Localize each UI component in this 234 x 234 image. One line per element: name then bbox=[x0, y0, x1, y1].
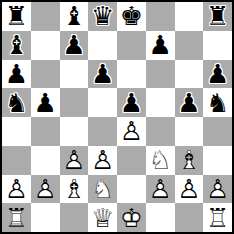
square-c3[interactable]: ♟♙ bbox=[60, 146, 89, 175]
black-queen-icon: ♛ bbox=[88, 2, 117, 31]
white-knight-icon: ♞ bbox=[88, 175, 117, 204]
black-pawn-icon: ♟ bbox=[2, 60, 31, 89]
white-pawn-outline-icon: ♙ bbox=[117, 117, 146, 146]
white-rook-outline-icon: ♖ bbox=[203, 203, 232, 232]
white-pawn-outline-icon: ♙ bbox=[146, 175, 175, 204]
square-g8[interactable] bbox=[175, 2, 204, 31]
white-pawn-icon: ♟ bbox=[31, 175, 60, 204]
square-a6[interactable]: ♟ bbox=[2, 60, 31, 89]
black-knight-icon: ♞ bbox=[2, 88, 31, 117]
square-d8[interactable]: ♛ bbox=[88, 2, 117, 31]
square-a7[interactable]: ♝ bbox=[2, 31, 31, 60]
square-a3[interactable] bbox=[2, 146, 31, 175]
white-king-outline-icon: ♔ bbox=[117, 203, 146, 232]
square-d1[interactable]: ♛♕ bbox=[88, 203, 117, 232]
white-knight-outline-icon: ♘ bbox=[88, 175, 117, 204]
black-pawn-icon: ♟ bbox=[175, 88, 204, 117]
square-h5[interactable]: ♞ bbox=[203, 88, 232, 117]
white-knight-icon: ♞ bbox=[146, 146, 175, 175]
white-pawn-outline-icon: ♙ bbox=[88, 146, 117, 175]
square-d3[interactable]: ♟♙ bbox=[88, 146, 117, 175]
white-rook-icon: ♜ bbox=[203, 203, 232, 232]
white-knight-outline-icon: ♘ bbox=[146, 146, 175, 175]
square-b3[interactable] bbox=[31, 146, 60, 175]
square-a1[interactable]: ♜♖ bbox=[2, 203, 31, 232]
square-d4[interactable] bbox=[88, 117, 117, 146]
square-f2[interactable]: ♟♙ bbox=[146, 175, 175, 204]
square-c2[interactable]: ♝♗ bbox=[60, 175, 89, 204]
square-d5[interactable] bbox=[88, 88, 117, 117]
square-a8[interactable]: ♜ bbox=[2, 2, 31, 31]
square-a5[interactable]: ♞ bbox=[2, 88, 31, 117]
square-g7[interactable] bbox=[175, 31, 204, 60]
square-h8[interactable]: ♜ bbox=[203, 2, 232, 31]
white-pawn-icon: ♟ bbox=[2, 175, 31, 204]
square-b6[interactable] bbox=[31, 60, 60, 89]
square-f4[interactable] bbox=[146, 117, 175, 146]
square-b4[interactable] bbox=[31, 117, 60, 146]
white-rook-outline-icon: ♖ bbox=[2, 203, 31, 232]
square-c5[interactable] bbox=[60, 88, 89, 117]
black-rook-icon: ♜ bbox=[203, 2, 232, 31]
white-bishop-outline-icon: ♗ bbox=[175, 146, 204, 175]
square-c4[interactable] bbox=[60, 117, 89, 146]
square-h7[interactable] bbox=[203, 31, 232, 60]
square-b2[interactable]: ♟♙ bbox=[31, 175, 60, 204]
square-g1[interactable] bbox=[175, 203, 204, 232]
square-h3[interactable] bbox=[203, 146, 232, 175]
square-e6[interactable] bbox=[117, 60, 146, 89]
square-b5[interactable]: ♟ bbox=[31, 88, 60, 117]
square-d2[interactable]: ♞♘ bbox=[88, 175, 117, 204]
square-c6[interactable] bbox=[60, 60, 89, 89]
square-b1[interactable] bbox=[31, 203, 60, 232]
square-f7[interactable]: ♟ bbox=[146, 31, 175, 60]
chess-board: ♜♝♛♚♜♝♟♟♟♟♟♞♟♟♟♞♟♙♟♙♟♙♞♘♝♗♟♙♟♙♝♗♞♘♟♙♟♙♟♙… bbox=[0, 0, 234, 234]
white-pawn-icon: ♟ bbox=[146, 175, 175, 204]
white-pawn-outline-icon: ♙ bbox=[60, 146, 89, 175]
white-queen-icon: ♛ bbox=[88, 203, 117, 232]
black-pawn-icon: ♟ bbox=[88, 60, 117, 89]
black-pawn-icon: ♟ bbox=[146, 31, 175, 60]
black-pawn-icon: ♟ bbox=[117, 88, 146, 117]
square-f1[interactable] bbox=[146, 203, 175, 232]
white-bishop-icon: ♝ bbox=[175, 146, 204, 175]
white-pawn-icon: ♟ bbox=[175, 175, 204, 204]
square-a4[interactable] bbox=[2, 117, 31, 146]
white-pawn-outline-icon: ♙ bbox=[31, 175, 60, 204]
square-e5[interactable]: ♟ bbox=[117, 88, 146, 117]
square-d7[interactable] bbox=[88, 31, 117, 60]
square-c1[interactable] bbox=[60, 203, 89, 232]
square-f8[interactable] bbox=[146, 2, 175, 31]
square-f5[interactable] bbox=[146, 88, 175, 117]
black-knight-icon: ♞ bbox=[203, 88, 232, 117]
white-queen-outline-icon: ♕ bbox=[88, 203, 117, 232]
square-a2[interactable]: ♟♙ bbox=[2, 175, 31, 204]
square-g2[interactable]: ♟♙ bbox=[175, 175, 204, 204]
square-c8[interactable]: ♝ bbox=[60, 2, 89, 31]
white-pawn-icon: ♟ bbox=[117, 117, 146, 146]
square-d6[interactable]: ♟ bbox=[88, 60, 117, 89]
white-pawn-icon: ♟ bbox=[60, 146, 89, 175]
square-e2[interactable] bbox=[117, 175, 146, 204]
square-g5[interactable]: ♟ bbox=[175, 88, 204, 117]
square-g3[interactable]: ♝♗ bbox=[175, 146, 204, 175]
square-f6[interactable] bbox=[146, 60, 175, 89]
square-e8[interactable]: ♚ bbox=[117, 2, 146, 31]
square-e7[interactable] bbox=[117, 31, 146, 60]
black-pawn-icon: ♟ bbox=[203, 60, 232, 89]
square-g6[interactable] bbox=[175, 60, 204, 89]
black-bishop-icon: ♝ bbox=[60, 2, 89, 31]
square-f3[interactable]: ♞♘ bbox=[146, 146, 175, 175]
black-rook-icon: ♜ bbox=[2, 2, 31, 31]
black-king-icon: ♚ bbox=[117, 2, 146, 31]
white-bishop-icon: ♝ bbox=[60, 175, 89, 204]
white-pawn-outline-icon: ♙ bbox=[203, 175, 232, 204]
white-pawn-icon: ♟ bbox=[203, 175, 232, 204]
square-h1[interactable]: ♜♖ bbox=[203, 203, 232, 232]
square-e4[interactable]: ♟♙ bbox=[117, 117, 146, 146]
square-e1[interactable]: ♚♔ bbox=[117, 203, 146, 232]
white-pawn-icon: ♟ bbox=[88, 146, 117, 175]
square-b7[interactable] bbox=[31, 31, 60, 60]
white-pawn-outline-icon: ♙ bbox=[175, 175, 204, 204]
square-g4[interactable] bbox=[175, 117, 204, 146]
square-h6[interactable]: ♟ bbox=[203, 60, 232, 89]
square-h4[interactable] bbox=[203, 117, 232, 146]
black-bishop-icon: ♝ bbox=[2, 31, 31, 60]
black-pawn-icon: ♟ bbox=[60, 31, 89, 60]
black-pawn-icon: ♟ bbox=[31, 88, 60, 117]
square-e3[interactable] bbox=[117, 146, 146, 175]
white-bishop-outline-icon: ♗ bbox=[60, 175, 89, 204]
square-b8[interactable] bbox=[31, 2, 60, 31]
square-c7[interactable]: ♟ bbox=[60, 31, 89, 60]
square-h2[interactable]: ♟♙ bbox=[203, 175, 232, 204]
white-king-icon: ♚ bbox=[117, 203, 146, 232]
white-rook-icon: ♜ bbox=[2, 203, 31, 232]
white-pawn-outline-icon: ♙ bbox=[2, 175, 31, 204]
